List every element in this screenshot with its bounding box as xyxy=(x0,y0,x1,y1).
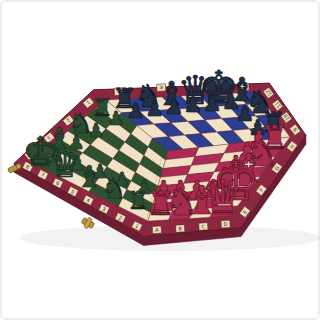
piece-green-b[interactable]: ♝ xyxy=(76,159,103,194)
piece-green-p[interactable]: ♟ xyxy=(107,107,124,130)
piece-black-p[interactable]: ♟ xyxy=(145,96,164,121)
coordinate-label: B xyxy=(176,225,185,233)
piece-red-r[interactable]: ♜ xyxy=(146,184,176,223)
three-player-chess-board: 87654321ABCDEFGH9101112IJKL1234♝♚♛♝♞♜♟♟♟… xyxy=(2,2,320,320)
photo-frame: 87654321ABCDEFGH9101112IJKL1234♝♚♛♝♞♜♟♟♟… xyxy=(0,0,320,320)
piece-black-p[interactable]: ♟ xyxy=(126,98,145,123)
piece-green-p[interactable]: ♟ xyxy=(87,119,104,142)
piece-black-p[interactable]: ♟ xyxy=(164,94,183,119)
piece-green-n[interactable]: ♞ xyxy=(101,172,126,205)
coordinate-label: A xyxy=(152,226,161,234)
piece-black-p[interactable]: ♟ xyxy=(202,91,221,116)
piece-black-p[interactable]: ♟ xyxy=(183,92,202,117)
board-photo-svg: 87654321ABCDEFGH9101112IJKL1234♝♚♛♝♞♜♟♟♟… xyxy=(2,2,320,320)
